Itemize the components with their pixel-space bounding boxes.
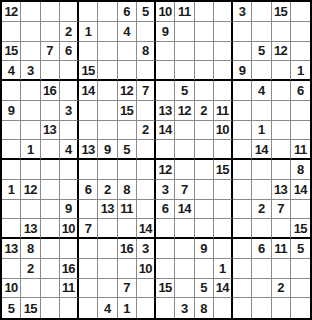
cell-r3c6[interactable] (98, 42, 117, 62)
cell-r16c7[interactable]: 1 (118, 298, 137, 318)
cell-r5c9[interactable] (156, 81, 175, 101)
cell-r4c15[interactable] (272, 61, 291, 81)
cell-r2c13[interactable] (233, 22, 252, 42)
cell-r5c14[interactable]: 4 (252, 81, 271, 101)
cell-r1c4[interactable] (60, 2, 79, 22)
cell-r16c11[interactable]: 8 (195, 298, 214, 318)
cell-r15c1[interactable]: 10 (2, 279, 21, 299)
cell-r6c2[interactable] (21, 101, 40, 121)
cell-r14c16[interactable] (291, 259, 310, 279)
cell-r15c4[interactable]: 11 (60, 279, 79, 299)
cell-r11c10[interactable]: 14 (175, 200, 194, 220)
cell-r12c13[interactable] (233, 219, 252, 239)
cell-r13c6[interactable] (98, 239, 117, 259)
cell-r16c6[interactable]: 4 (98, 298, 117, 318)
cell-r3c10[interactable] (175, 42, 194, 62)
cell-r13c3[interactable] (41, 239, 60, 259)
cell-r10c6[interactable]: 2 (98, 180, 117, 200)
cell-r16c15[interactable] (272, 298, 291, 318)
cell-r13c12[interactable] (214, 239, 233, 259)
cell-r5c6[interactable] (98, 81, 117, 101)
cell-r15c6[interactable] (98, 279, 117, 299)
cell-r14c9[interactable] (156, 259, 175, 279)
cell-r2c14[interactable] (252, 22, 271, 42)
cell-r6c8[interactable] (137, 101, 156, 121)
cell-r1c10[interactable]: 11 (175, 2, 194, 22)
cell-r4c1[interactable]: 4 (2, 61, 21, 81)
cell-r11c6[interactable]: 13 (98, 200, 117, 220)
cell-r8c3[interactable] (41, 140, 60, 160)
cell-r3c16[interactable] (291, 42, 310, 62)
cell-r8c6[interactable]: 9 (98, 140, 117, 160)
cell-r2c10[interactable] (175, 22, 194, 42)
cell-r1c6[interactable] (98, 2, 117, 22)
cell-r3c3[interactable]: 7 (41, 42, 60, 62)
cell-r3c12[interactable] (214, 42, 233, 62)
cell-r13c14[interactable]: 6 (252, 239, 271, 259)
cell-r14c15[interactable] (272, 259, 291, 279)
cell-r4c12[interactable] (214, 61, 233, 81)
cell-r14c7[interactable] (118, 259, 137, 279)
cell-r12c3[interactable] (41, 219, 60, 239)
cell-r2c3[interactable] (41, 22, 60, 42)
cell-r2c7[interactable]: 4 (118, 22, 137, 42)
cell-r7c6[interactable] (98, 121, 117, 141)
cell-r12c12[interactable] (214, 219, 233, 239)
cell-r6c6[interactable] (98, 101, 117, 121)
cell-r12c1[interactable] (2, 219, 21, 239)
cell-r14c12[interactable]: 1 (214, 259, 233, 279)
cell-r6c1[interactable]: 9 (2, 101, 21, 121)
cell-r3c4[interactable]: 6 (60, 42, 79, 62)
cell-r14c6[interactable] (98, 259, 117, 279)
cell-r8c12[interactable] (214, 140, 233, 160)
cell-r9c9[interactable]: 12 (156, 160, 175, 180)
cell-r16c8[interactable] (137, 298, 156, 318)
cell-r5c11[interactable] (195, 81, 214, 101)
cell-r9c15[interactable] (272, 160, 291, 180)
cell-r11c3[interactable] (41, 200, 60, 220)
cell-r10c16[interactable]: 14 (291, 180, 310, 200)
cell-r1c12[interactable] (214, 2, 233, 22)
cell-r16c9[interactable] (156, 298, 175, 318)
cell-r12c2[interactable]: 13 (21, 219, 40, 239)
cell-r11c9[interactable]: 6 (156, 200, 175, 220)
cell-r2c11[interactable] (195, 22, 214, 42)
cell-r9c1[interactable] (2, 160, 21, 180)
cell-r11c7[interactable]: 11 (118, 200, 137, 220)
cell-r13c11[interactable]: 9 (195, 239, 214, 259)
cell-r14c1[interactable] (2, 259, 21, 279)
cell-r6c3[interactable] (41, 101, 60, 121)
cell-r1c13[interactable]: 3 (233, 2, 252, 22)
cell-r14c8[interactable]: 10 (137, 259, 156, 279)
cell-r16c10[interactable]: 3 (175, 298, 194, 318)
cell-r13c1[interactable]: 13 (2, 239, 21, 259)
cell-r5c3[interactable]: 16 (41, 81, 60, 101)
cell-r8c4[interactable]: 4 (60, 140, 79, 160)
cell-r9c5[interactable] (79, 160, 98, 180)
cell-r10c15[interactable]: 13 (272, 180, 291, 200)
cell-r8c5[interactable]: 13 (79, 140, 98, 160)
cell-r4c2[interactable]: 3 (21, 61, 40, 81)
cell-r10c7[interactable]: 8 (118, 180, 137, 200)
cell-r11c5[interactable] (79, 200, 98, 220)
cell-r14c5[interactable] (79, 259, 98, 279)
cell-r15c5[interactable] (79, 279, 98, 299)
cell-r9c3[interactable] (41, 160, 60, 180)
cell-r7c16[interactable] (291, 121, 310, 141)
cell-r12c8[interactable]: 14 (137, 219, 156, 239)
cell-r2c16[interactable] (291, 22, 310, 42)
cell-r1c2[interactable] (21, 2, 40, 22)
cell-r8c15[interactable] (272, 140, 291, 160)
cell-r1c9[interactable]: 10 (156, 2, 175, 22)
cell-r3c5[interactable] (79, 42, 98, 62)
cell-r3c9[interactable] (156, 42, 175, 62)
cell-r1c11[interactable] (195, 2, 214, 22)
cell-r14c3[interactable] (41, 259, 60, 279)
cell-r4c8[interactable] (137, 61, 156, 81)
cell-r12c10[interactable] (175, 219, 194, 239)
cell-r6c12[interactable]: 11 (214, 101, 233, 121)
cell-r16c3[interactable] (41, 298, 60, 318)
cell-r7c10[interactable] (175, 121, 194, 141)
cell-r5c2[interactable] (21, 81, 40, 101)
cell-r2c8[interactable] (137, 22, 156, 42)
cell-r13c8[interactable]: 3 (137, 239, 156, 259)
cell-r5c16[interactable]: 6 (291, 81, 310, 101)
cell-r9c8[interactable] (137, 160, 156, 180)
cell-r10c3[interactable] (41, 180, 60, 200)
cell-r11c16[interactable] (291, 200, 310, 220)
cell-r4c13[interactable]: 9 (233, 61, 252, 81)
cell-r4c10[interactable] (175, 61, 194, 81)
cell-r14c13[interactable] (233, 259, 252, 279)
cell-r5c15[interactable] (272, 81, 291, 101)
cell-r3c1[interactable]: 15 (2, 42, 21, 62)
cell-r10c2[interactable]: 12 (21, 180, 40, 200)
cell-r15c2[interactable] (21, 279, 40, 299)
cell-r13c16[interactable]: 5 (291, 239, 310, 259)
cell-r5c12[interactable] (214, 81, 233, 101)
cell-r8c7[interactable]: 5 (118, 140, 137, 160)
cell-r14c2[interactable]: 2 (21, 259, 40, 279)
cell-r1c3[interactable] (41, 2, 60, 22)
cell-r3c13[interactable] (233, 42, 252, 62)
cell-r8c1[interactable] (2, 140, 21, 160)
cell-r12c15[interactable] (272, 219, 291, 239)
cell-r8c13[interactable] (233, 140, 252, 160)
cell-r7c9[interactable]: 14 (156, 121, 175, 141)
cell-r11c15[interactable]: 7 (272, 200, 291, 220)
cell-r15c3[interactable] (41, 279, 60, 299)
cell-r5c7[interactable]: 12 (118, 81, 137, 101)
cell-r15c7[interactable]: 7 (118, 279, 137, 299)
cell-r7c1[interactable] (2, 121, 21, 141)
cell-r15c13[interactable] (233, 279, 252, 299)
cell-r1c15[interactable]: 15 (272, 2, 291, 22)
cell-r14c14[interactable] (252, 259, 271, 279)
cell-r8c14[interactable]: 14 (252, 140, 271, 160)
cell-r10c14[interactable] (252, 180, 271, 200)
cell-r8c10[interactable] (175, 140, 194, 160)
cell-r9c12[interactable]: 15 (214, 160, 233, 180)
cell-r9c16[interactable]: 8 (291, 160, 310, 180)
cell-r9c4[interactable] (60, 160, 79, 180)
cell-r4c5[interactable]: 15 (79, 61, 98, 81)
cell-r2c5[interactable]: 1 (79, 22, 98, 42)
cell-r9c2[interactable] (21, 160, 40, 180)
cell-r12c4[interactable]: 10 (60, 219, 79, 239)
cell-r8c2[interactable]: 1 (21, 140, 40, 160)
cell-r16c16[interactable] (291, 298, 310, 318)
cell-r5c10[interactable]: 5 (175, 81, 194, 101)
cell-r9c11[interactable] (195, 160, 214, 180)
cell-r6c11[interactable]: 2 (195, 101, 214, 121)
cell-r8c9[interactable] (156, 140, 175, 160)
cell-r7c14[interactable]: 1 (252, 121, 271, 141)
cell-r11c13[interactable] (233, 200, 252, 220)
cell-r4c16[interactable]: 1 (291, 61, 310, 81)
cell-r16c2[interactable]: 15 (21, 298, 40, 318)
cell-r7c13[interactable] (233, 121, 252, 141)
cell-r4c14[interactable] (252, 61, 271, 81)
cell-r9c7[interactable] (118, 160, 137, 180)
cell-r16c14[interactable] (252, 298, 271, 318)
cell-r8c16[interactable]: 11 (291, 140, 310, 160)
cell-r9c13[interactable] (233, 160, 252, 180)
cell-r9c14[interactable] (252, 160, 271, 180)
cell-r12c11[interactable] (195, 219, 214, 239)
cell-r12c14[interactable] (252, 219, 271, 239)
cell-r1c7[interactable]: 6 (118, 2, 137, 22)
cell-r2c1[interactable] (2, 22, 21, 42)
cell-r5c8[interactable]: 7 (137, 81, 156, 101)
cell-r16c13[interactable] (233, 298, 252, 318)
cell-r15c11[interactable]: 5 (195, 279, 214, 299)
cell-r6c16[interactable] (291, 101, 310, 121)
cell-r7c7[interactable] (118, 121, 137, 141)
cell-r4c4[interactable] (60, 61, 79, 81)
cell-r3c7[interactable] (118, 42, 137, 62)
cell-r12c9[interactable] (156, 219, 175, 239)
cell-r16c12[interactable] (214, 298, 233, 318)
cell-r15c8[interactable] (137, 279, 156, 299)
cell-r16c1[interactable]: 5 (2, 298, 21, 318)
cell-r3c15[interactable]: 12 (272, 42, 291, 62)
cell-r3c11[interactable] (195, 42, 214, 62)
cell-r7c4[interactable] (60, 121, 79, 141)
cell-r4c9[interactable] (156, 61, 175, 81)
cell-r15c9[interactable]: 15 (156, 279, 175, 299)
cell-r3c8[interactable]: 8 (137, 42, 156, 62)
sudoku-board: 1265101131521491576851243159116141275469… (0, 0, 312, 320)
cell-r2c2[interactable] (21, 22, 40, 42)
cell-r10c1[interactable]: 1 (2, 180, 21, 200)
cell-r12c6[interactable] (98, 219, 117, 239)
cell-r11c4[interactable]: 9 (60, 200, 79, 220)
cell-r7c12[interactable]: 10 (214, 121, 233, 141)
cell-r6c9[interactable]: 13 (156, 101, 175, 121)
cell-r6c10[interactable]: 12 (175, 101, 194, 121)
cell-r4c7[interactable] (118, 61, 137, 81)
cell-r10c5[interactable]: 6 (79, 180, 98, 200)
cell-r1c8[interactable]: 5 (137, 2, 156, 22)
cell-r12c16[interactable]: 15 (291, 219, 310, 239)
cell-r12c5[interactable]: 7 (79, 219, 98, 239)
cell-r6c7[interactable]: 15 (118, 101, 137, 121)
cell-r9c10[interactable] (175, 160, 194, 180)
cell-r2c12[interactable] (214, 22, 233, 42)
cell-r11c1[interactable] (2, 200, 21, 220)
cell-r7c8[interactable]: 2 (137, 121, 156, 141)
cell-r8c8[interactable] (137, 140, 156, 160)
cell-r10c10[interactable]: 7 (175, 180, 194, 200)
cell-r13c9[interactable] (156, 239, 175, 259)
cell-r11c8[interactable] (137, 200, 156, 220)
cell-r16c4[interactable] (60, 298, 79, 318)
cell-r6c15[interactable] (272, 101, 291, 121)
cell-r10c11[interactable] (195, 180, 214, 200)
cell-r5c5[interactable]: 14 (79, 81, 98, 101)
cell-r15c15[interactable]: 2 (272, 279, 291, 299)
cell-r2c4[interactable]: 2 (60, 22, 79, 42)
cell-r12c7[interactable] (118, 219, 137, 239)
cell-r7c2[interactable] (21, 121, 40, 141)
cell-r5c1[interactable] (2, 81, 21, 101)
cell-r2c6[interactable] (98, 22, 117, 42)
cell-r2c15[interactable] (272, 22, 291, 42)
cell-r6c4[interactable]: 3 (60, 101, 79, 121)
cell-r10c13[interactable] (233, 180, 252, 200)
cell-r1c1[interactable]: 12 (2, 2, 21, 22)
cell-r2c9[interactable]: 9 (156, 22, 175, 42)
cell-r10c4[interactable] (60, 180, 79, 200)
cell-r4c11[interactable] (195, 61, 214, 81)
cell-r7c3[interactable]: 13 (41, 121, 60, 141)
cell-r6c5[interactable] (79, 101, 98, 121)
cell-r5c13[interactable] (233, 81, 252, 101)
cell-r11c2[interactable] (21, 200, 40, 220)
cell-r4c3[interactable] (41, 61, 60, 81)
cell-r10c12[interactable] (214, 180, 233, 200)
cell-r5c4[interactable] (60, 81, 79, 101)
cell-r15c10[interactable] (175, 279, 194, 299)
cell-r11c11[interactable] (195, 200, 214, 220)
cell-r1c5[interactable] (79, 2, 98, 22)
cell-r3c2[interactable] (21, 42, 40, 62)
cell-r7c11[interactable] (195, 121, 214, 141)
cell-r13c2[interactable]: 8 (21, 239, 40, 259)
cell-r15c12[interactable]: 14 (214, 279, 233, 299)
cell-r14c11[interactable] (195, 259, 214, 279)
cell-r3c14[interactable]: 5 (252, 42, 271, 62)
cell-r13c4[interactable] (60, 239, 79, 259)
cell-r1c16[interactable] (291, 2, 310, 22)
cell-r14c4[interactable]: 16 (60, 259, 79, 279)
cell-r11c12[interactable] (214, 200, 233, 220)
cell-r7c15[interactable] (272, 121, 291, 141)
cell-r16c5[interactable] (79, 298, 98, 318)
cell-r10c9[interactable]: 3 (156, 180, 175, 200)
cell-r13c10[interactable] (175, 239, 194, 259)
cell-r8c11[interactable] (195, 140, 214, 160)
cell-r13c15[interactable]: 11 (272, 239, 291, 259)
cell-r11c14[interactable]: 2 (252, 200, 271, 220)
cell-r13c13[interactable] (233, 239, 252, 259)
cell-r15c14[interactable] (252, 279, 271, 299)
cell-r9c6[interactable] (98, 160, 117, 180)
cell-r14c10[interactable] (175, 259, 194, 279)
cell-r6c13[interactable] (233, 101, 252, 121)
cell-r13c7[interactable]: 16 (118, 239, 137, 259)
cell-r1c14[interactable] (252, 2, 271, 22)
cell-r10c8[interactable] (137, 180, 156, 200)
cell-r4c6[interactable] (98, 61, 117, 81)
cell-r7c5[interactable] (79, 121, 98, 141)
cell-r13c5[interactable] (79, 239, 98, 259)
cell-r15c16[interactable] (291, 279, 310, 299)
cell-r6c14[interactable] (252, 101, 271, 121)
